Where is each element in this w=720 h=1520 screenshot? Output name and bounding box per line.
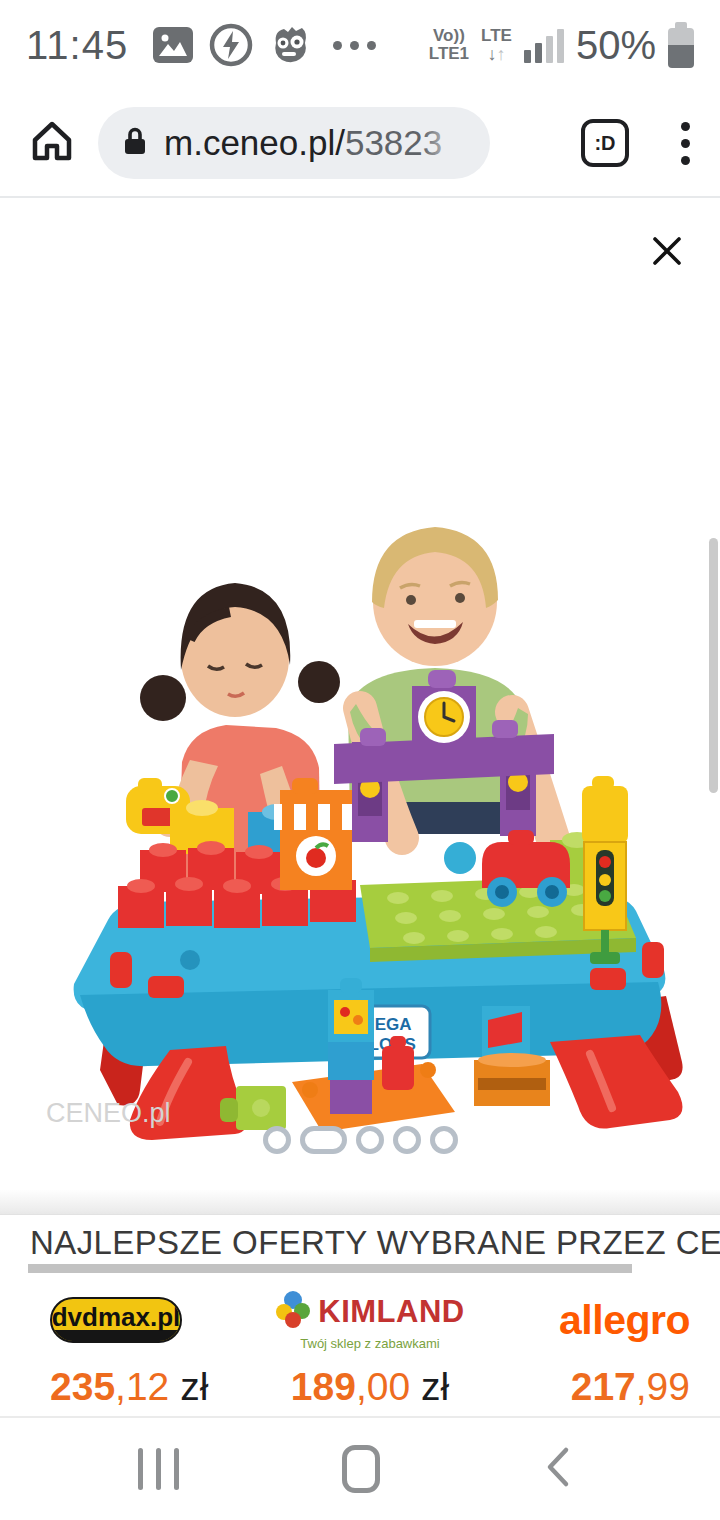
offer-price: 235,12 zł [50, 1365, 208, 1409]
offer-kimland[interactable]: KIMLAND Twój sklep z zabawkami 189,00 zł [263, 1291, 476, 1409]
kimland-balloons-icon [275, 1290, 311, 1334]
clock: 11:45 [26, 23, 128, 68]
dvdmax-logo: dvdmax.pl [50, 1291, 182, 1349]
offer-price: 189,00 zł [291, 1365, 449, 1409]
carousel-dot-5[interactable] [430, 1126, 458, 1154]
browser-menu-icon[interactable] [681, 122, 690, 165]
screenshot-icon [152, 26, 194, 64]
browser-toolbar: m.ceneo.pl/53823 :D [0, 90, 720, 198]
offer-dvdmax[interactable]: dvdmax.pl 235,12 zł [0, 1291, 263, 1409]
carousel-dot-3[interactable] [356, 1126, 384, 1154]
section-divider [0, 1190, 720, 1215]
offer-price: 217,99 [571, 1365, 690, 1409]
battery-percent: 50% [576, 23, 656, 68]
phone-screen: 11:45 Vo)) LTE1 [0, 0, 720, 1520]
kimland-logo: KIMLAND Twój sklep z zabawkami [275, 1291, 464, 1349]
notification-icons [152, 23, 376, 67]
home-button[interactable] [28, 117, 76, 169]
product-image[interactable]: MEGA BLOKS CENEO.pl [30, 490, 690, 1150]
more-notifications-icon [333, 41, 376, 50]
status-bar: 11:45 Vo)) LTE1 [0, 0, 720, 90]
carousel-dot-2-active[interactable] [300, 1126, 347, 1154]
battery-icon [668, 22, 694, 68]
flash-off-icon [209, 23, 253, 67]
carousel-dot-1[interactable] [263, 1126, 291, 1154]
scrollbar-thumb[interactable] [709, 538, 718, 793]
carousel-dots [0, 1126, 720, 1154]
allegro-logo: allegro [559, 1291, 690, 1349]
offers-section-title: NAJLEPSZE OFERTY WYBRANE PRZEZ CEN [30, 1224, 720, 1262]
address-bar[interactable]: m.ceneo.pl/53823 [98, 107, 490, 179]
home-nav-icon[interactable] [342, 1445, 380, 1493]
back-icon[interactable] [542, 1444, 572, 1494]
title-underline [28, 1264, 632, 1273]
zombie-face-icon [268, 23, 312, 67]
close-icon[interactable] [652, 236, 682, 266]
signal-strength-icon [524, 27, 564, 63]
lock-icon [120, 125, 150, 161]
play-table: MEGA BLOKS [74, 670, 683, 1140]
recents-icon[interactable] [138, 1448, 179, 1490]
status-indicators: Vo)) LTE1 LTE ↓↑ 50% [429, 22, 694, 68]
tab-switcher-icon[interactable]: :D [581, 119, 629, 167]
url-text: m.ceneo.pl/53823 [164, 123, 468, 163]
android-nav-bar [0, 1416, 720, 1520]
ceneo-watermark: CENEO.pl [46, 1098, 171, 1128]
lte-indicator: LTE ↓↑ [481, 27, 512, 63]
offers-row: dvdmax.pl 235,12 zł KIMLAND Twój sklep z… [0, 1291, 720, 1409]
offer-allegro[interactable]: allegro 217,99 [477, 1291, 720, 1409]
carousel-dot-4[interactable] [393, 1126, 421, 1154]
volte-indicator: Vo)) LTE1 [429, 27, 469, 63]
